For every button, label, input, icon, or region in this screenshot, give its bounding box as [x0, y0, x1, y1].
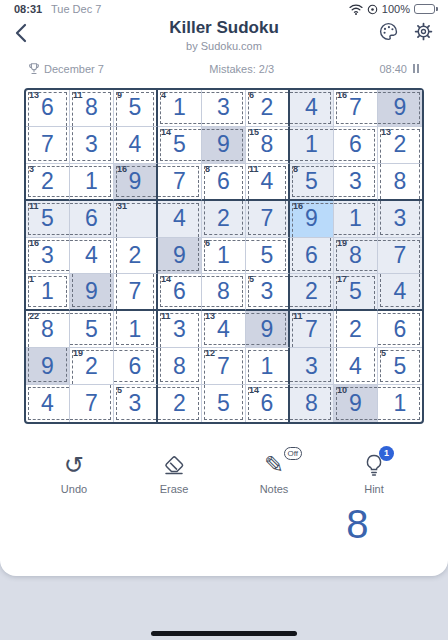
cell-value: 4 [41, 392, 54, 415]
cell-r8c1[interactable]: 9 [26, 348, 70, 385]
cell-value: 4 [85, 244, 98, 267]
cell-value: 5 [261, 244, 274, 267]
cell-r1c4[interactable]: 41 [158, 90, 202, 127]
cage-sum: 13 [381, 128, 391, 137]
cell-value: 9 [349, 392, 362, 415]
status-right: 100% [349, 3, 438, 15]
cell-value: 2 [129, 244, 142, 267]
cell-r7c2[interactable]: 5 [70, 311, 114, 348]
cell-value: 6 [85, 207, 98, 230]
cell-value: 7 [349, 96, 362, 119]
cell-value: 8 [394, 170, 407, 193]
cage-sum: 6 [205, 239, 210, 248]
cell-value: 3 [41, 244, 54, 267]
cell-r1c8[interactable]: 167 [334, 90, 378, 127]
cell-r8c6[interactable]: 1 [246, 348, 290, 385]
cage-sum: 19 [73, 349, 83, 358]
home-indicator[interactable] [151, 631, 297, 636]
battery-icon [414, 4, 438, 14]
cell-r5c4[interactable]: 9 [158, 238, 202, 275]
cell-value: 5 [394, 355, 407, 378]
cell-value: 8 [349, 244, 362, 267]
cell-r4c2[interactable]: 6 [70, 201, 114, 238]
cell-value: 2 [217, 207, 230, 230]
cell-r5c3[interactable]: 2 [114, 238, 158, 275]
cell-value: 5 [349, 280, 362, 303]
cage-sum: 1 [29, 275, 34, 284]
info-bar: December 7 Mistakes: 2/3 08:40 [28, 62, 420, 75]
cell-r2c5[interactable]: 9 [202, 127, 246, 164]
cell-value: 2 [85, 355, 98, 378]
pencil-icon: ✎Off [264, 452, 284, 478]
cell-value: 5 [41, 207, 54, 230]
cell-value: 8 [305, 392, 318, 415]
status-bar: 08:31 Tue Dec 7 100% [14, 3, 438, 15]
cell-value: 1 [41, 280, 54, 303]
cell-value: 1 [305, 133, 318, 156]
cell-value: 5 [217, 392, 230, 415]
cell-value: 2 [349, 318, 362, 341]
cage-sum: 16 [29, 239, 39, 248]
cell-r8c3[interactable]: 6 [114, 348, 158, 385]
cell-r7c4[interactable]: 113 [158, 311, 202, 348]
cell-r6c5[interactable]: 8 [202, 274, 246, 311]
cell-value: 2 [41, 170, 54, 193]
cell-r3c3[interactable]: 169 [114, 164, 158, 201]
cell-r3c1[interactable]: 32 [26, 164, 70, 201]
cage-sum: 15 [249, 128, 259, 137]
status-left: 08:31 Tue Dec 7 [14, 3, 101, 15]
cage-sum: 3 [29, 165, 34, 174]
cell-r5c1[interactable]: 163 [26, 238, 70, 275]
pause-button[interactable] [412, 63, 420, 74]
eraser-icon [162, 452, 186, 478]
cell-value: 5 [173, 133, 186, 156]
cage-sum: 11 [293, 312, 303, 321]
cell-r8c9[interactable]: 55 [378, 348, 422, 385]
cell-value: 9 [85, 280, 98, 303]
cell-value: 1 [261, 355, 274, 378]
cell-r9c1[interactable]: 4 [26, 385, 70, 422]
cell-r4c4[interactable]: 4 [158, 201, 202, 238]
hint-button[interactable]: 1 Hint [324, 452, 424, 504]
cell-value: 9 [305, 207, 318, 230]
cell-value: 9 [173, 244, 186, 267]
cage-sum: 14 [161, 128, 171, 137]
challenge-date: December 7 [44, 63, 104, 75]
cell-r2c9[interactable]: 132 [378, 127, 422, 164]
cell-value: 4 [305, 96, 318, 119]
cell-value: 6 [129, 355, 142, 378]
cell-r9c6[interactable]: 146 [246, 385, 290, 422]
cell-r5c6[interactable]: 5 [246, 238, 290, 275]
cell-value: 3 [129, 392, 142, 415]
cage-sum: 11 [161, 312, 171, 321]
cage-sum: 17 [337, 275, 347, 284]
cell-r8c2[interactable]: 192 [70, 348, 114, 385]
cell-value: 7 [305, 318, 318, 341]
cage-sum: 13 [205, 312, 215, 321]
cell-value: 7 [394, 244, 407, 267]
cage-sum: 12 [205, 349, 215, 358]
cell-value: 6 [305, 244, 318, 267]
cell-r5c7[interactable]: 6 [290, 238, 334, 275]
hint-count-badge: 1 [379, 446, 394, 461]
cell-value: 6 [261, 392, 274, 415]
cage-sum: 11 [249, 165, 259, 174]
cage-sum: 9 [117, 91, 122, 100]
cell-value: 4 [349, 355, 362, 378]
cell-value: 1 [173, 96, 186, 119]
cell-r6c8[interactable]: 175 [334, 274, 378, 311]
cell-r6c2[interactable]: 9 [70, 274, 114, 311]
cell-r4c6[interactable]: 7 [246, 201, 290, 238]
cell-value: 5 [305, 170, 318, 193]
cell-r9c3[interactable]: 53 [114, 385, 158, 422]
cell-r8c4[interactable]: 8 [158, 348, 202, 385]
settings-button[interactable] [413, 21, 434, 42]
cell-r7c3[interactable]: 1 [114, 311, 158, 348]
cell-value: 3 [394, 207, 407, 230]
cell-value: 6 [173, 280, 186, 303]
cage-sum: 13 [29, 91, 39, 100]
cage-sum: 11 [73, 91, 83, 100]
cell-value: 4 [394, 280, 407, 303]
keypad-8[interactable]: 8 [335, 498, 379, 550]
battery-percent: 100% [382, 3, 410, 15]
cell-r3c6[interactable]: 114 [246, 164, 290, 201]
cell-r5c2[interactable]: 4 [70, 238, 114, 275]
cell-r1c6[interactable]: 62 [246, 90, 290, 127]
cage-sum: 31 [117, 202, 127, 211]
cell-r7c8[interactable]: 2 [334, 311, 378, 348]
cell-r3c7[interactable]: 85 [290, 164, 334, 201]
cell-r7c9[interactable]: 6 [378, 311, 422, 348]
cell-value: 7 [217, 355, 230, 378]
cage-sum: 10 [337, 386, 347, 395]
cage-sum: 5 [117, 386, 122, 395]
cell-r2c2[interactable]: 3 [70, 127, 114, 164]
cell-r5c5[interactable]: 61 [202, 238, 246, 275]
cage-sum: 16 [337, 91, 347, 100]
cell-value: 8 [261, 133, 274, 156]
notes-button[interactable]: ✎Off Notes [224, 452, 324, 504]
cage-sum: 5 [249, 275, 254, 284]
cell-value: 3 [173, 318, 186, 341]
cell-r1c2[interactable]: 118 [70, 90, 114, 127]
cell-r6c4[interactable]: 146 [158, 274, 202, 311]
cell-value: 1 [129, 318, 142, 341]
status-date: Tue Dec 7 [51, 3, 101, 15]
cell-r9c8[interactable]: 109 [334, 385, 378, 422]
cell-r8c7[interactable]: 3 [290, 348, 334, 385]
cell-value: 7 [85, 392, 98, 415]
cell-value: 9 [394, 96, 407, 119]
cell-value: 5 [85, 318, 98, 341]
cage-sum: 4 [161, 91, 166, 100]
cell-r5c8[interactable]: 198 [334, 238, 378, 275]
undo-icon: ↺ [64, 452, 84, 478]
trophy-icon [28, 62, 40, 75]
cell-r6c6[interactable]: 53 [246, 274, 290, 311]
cell-value: 8 [173, 355, 186, 378]
back-button[interactable] [12, 22, 32, 44]
cell-r3c5[interactable]: 86 [202, 164, 246, 201]
cell-r3c2[interactable]: 1 [70, 164, 114, 201]
cage-sum: 5 [381, 349, 386, 358]
cell-r7c7[interactable]: 117 [290, 311, 334, 348]
sudoku-board: 1361189541362416797341459158161323211697… [24, 88, 424, 424]
cell-r4c8[interactable]: 1 [334, 201, 378, 238]
cell-value: 8 [217, 280, 230, 303]
content-card: 08:31 Tue Dec 7 100% Killer Sudoku by Su… [0, 0, 448, 576]
cell-r9c2[interactable]: 7 [70, 385, 114, 422]
cell-value: 6 [394, 318, 407, 341]
cell-value: 2 [394, 133, 407, 156]
mistakes-counter: Mistakes: 2/3 [209, 63, 274, 75]
notes-off-badge: Off [284, 447, 303, 460]
cell-r2c7[interactable]: 1 [290, 127, 334, 164]
timer: 08:40 [379, 63, 407, 75]
cell-value: 9 [129, 170, 142, 193]
cell-value: 1 [349, 207, 362, 230]
cell-r9c9[interactable]: 1 [378, 385, 422, 422]
cell-r6c3[interactable]: 7 [114, 274, 158, 311]
cell-r4c9[interactable]: 3 [378, 201, 422, 238]
cell-value: 5 [129, 96, 142, 119]
header: Killer Sudoku by Sudoku.com [0, 18, 448, 58]
cage-sum: 16 [293, 202, 303, 211]
cell-value: 9 [217, 133, 230, 156]
cell-r4c3[interactable]: 31 [114, 201, 158, 238]
cell-r4c1[interactable]: 115 [26, 201, 70, 238]
cell-r6c7[interactable]: 2 [290, 274, 334, 311]
cell-r9c7[interactable]: 8 [290, 385, 334, 422]
cell-value: 1 [217, 244, 230, 267]
cell-value: 3 [349, 170, 362, 193]
undo-button[interactable]: ↺ Undo [24, 452, 124, 504]
cell-value: 1 [394, 392, 407, 415]
orientation-lock-icon [367, 4, 378, 15]
cell-r2c6[interactable]: 158 [246, 127, 290, 164]
cell-value: 8 [41, 318, 54, 341]
cell-r6c1[interactable]: 11 [26, 274, 70, 311]
status-time: 08:31 [14, 3, 42, 15]
cage-sum: 14 [161, 275, 171, 284]
cell-r1c1[interactable]: 136 [26, 90, 70, 127]
cell-value: 4 [217, 318, 230, 341]
cell-value: 6 [41, 96, 54, 119]
cell-value: 4 [129, 133, 142, 156]
cell-r6c9[interactable]: 4 [378, 274, 422, 311]
cage-sum: 11 [29, 202, 39, 211]
cell-value: 7 [129, 280, 142, 303]
cell-r5c9[interactable]: 7 [378, 238, 422, 275]
cell-r1c9[interactable]: 9 [378, 90, 422, 127]
cell-value: 9 [41, 355, 54, 378]
cell-value: 4 [261, 170, 274, 193]
cell-r7c6[interactable]: 9 [246, 311, 290, 348]
cell-value: 8 [85, 96, 98, 119]
cell-value: 7 [41, 133, 54, 156]
keypad: 8 [24, 498, 424, 550]
cell-value: 9 [261, 318, 274, 341]
cage-sum: 6 [249, 91, 254, 100]
cell-r8c8[interactable]: 4 [334, 348, 378, 385]
cell-value: 2 [305, 280, 318, 303]
cage-sum: 19 [337, 239, 347, 248]
cell-r1c3[interactable]: 95 [114, 90, 158, 127]
cage-sum: 8 [293, 165, 298, 174]
daily-challenge: December 7 [28, 62, 104, 75]
cell-value: 3 [261, 280, 274, 303]
theme-palette-button[interactable] [378, 21, 399, 42]
wifi-icon [349, 4, 363, 15]
cell-r4c5[interactable]: 2 [202, 201, 246, 238]
cell-r2c8[interactable]: 6 [334, 127, 378, 164]
cell-value: 4 [173, 207, 186, 230]
cell-r3c8[interactable]: 3 [334, 164, 378, 201]
cell-value: 6 [217, 170, 230, 193]
toolbar: ↺ Undo Erase ✎Off Notes 1 Hint [24, 452, 424, 504]
cell-r2c4[interactable]: 145 [158, 127, 202, 164]
cell-r9c5[interactable]: 5 [202, 385, 246, 422]
cell-r2c3[interactable]: 4 [114, 127, 158, 164]
cell-r1c7[interactable]: 4 [290, 90, 334, 127]
erase-button[interactable]: Erase [124, 452, 224, 504]
cell-r8c5[interactable]: 127 [202, 348, 246, 385]
cell-value: 2 [173, 392, 186, 415]
cell-value: 1 [85, 170, 98, 193]
cell-value: 6 [349, 133, 362, 156]
cell-r3c9[interactable]: 8 [378, 164, 422, 201]
cell-r2c1[interactable]: 7 [26, 127, 70, 164]
cell-value: 3 [305, 355, 318, 378]
cell-r7c1[interactable]: 228 [26, 311, 70, 348]
cell-r3c4[interactable]: 7 [158, 164, 202, 201]
cage-sum: 16 [117, 165, 127, 174]
cell-value: 7 [173, 170, 186, 193]
cage-sum: 8 [205, 165, 210, 174]
cage-sum: 14 [249, 386, 259, 395]
cell-r1c5[interactable]: 3 [202, 90, 246, 127]
cell-value: 3 [217, 96, 230, 119]
cell-value: 2 [261, 96, 274, 119]
cage-sum: 22 [29, 312, 39, 321]
cell-value: 3 [85, 133, 98, 156]
cell-r9c4[interactable]: 2 [158, 385, 202, 422]
cell-value: 7 [261, 207, 274, 230]
cell-r4c7[interactable]: 169 [290, 201, 334, 238]
lightbulb-icon: 1 [363, 452, 385, 478]
cell-r7c5[interactable]: 134 [202, 311, 246, 348]
